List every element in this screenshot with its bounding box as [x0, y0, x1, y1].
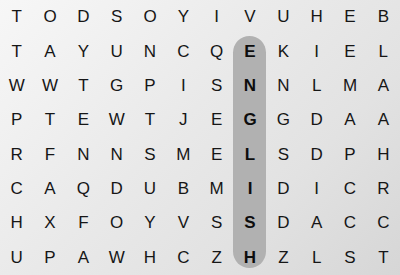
grid-cell[interactable]: H	[300, 0, 333, 34]
grid-cell[interactable]: W	[33, 69, 66, 103]
grid-cell[interactable]: Y	[167, 0, 200, 34]
grid-cell[interactable]: U	[100, 34, 133, 68]
grid-cell[interactable]: A	[367, 103, 400, 137]
grid-cell[interactable]: N	[67, 138, 100, 172]
grid-cell[interactable]: E	[200, 103, 233, 137]
grid-cell[interactable]: T	[0, 0, 33, 34]
grid-cell[interactable]: S	[333, 241, 366, 275]
grid-cell[interactable]: I	[300, 172, 333, 206]
grid-cell[interactable]: N	[233, 69, 266, 103]
grid-cell[interactable]: O	[100, 206, 133, 240]
grid-cell[interactable]: U	[133, 172, 166, 206]
grid-cell[interactable]: L	[233, 138, 266, 172]
grid-cell[interactable]: F	[33, 138, 66, 172]
grid-cell[interactable]: J	[167, 103, 200, 137]
grid-cell[interactable]: E	[333, 0, 366, 34]
grid-cell[interactable]: C	[167, 34, 200, 68]
grid-cell[interactable]: Y	[133, 206, 166, 240]
grid-cell[interactable]: A	[67, 241, 100, 275]
grid-cell[interactable]: L	[367, 34, 400, 68]
grid-cell[interactable]: S	[233, 206, 266, 240]
grid-cell[interactable]: H	[233, 241, 266, 275]
grid-cell[interactable]: T	[0, 34, 33, 68]
grid-cell[interactable]: W	[100, 103, 133, 137]
grid-cell[interactable]: G	[233, 103, 266, 137]
grid-cell[interactable]: N	[100, 138, 133, 172]
grid-cell[interactable]: B	[367, 0, 400, 34]
grid-cell[interactable]: T	[133, 103, 166, 137]
grid-cell[interactable]: D	[100, 172, 133, 206]
grid-cell[interactable]: N	[133, 34, 166, 68]
grid-cell[interactable]: H	[133, 241, 166, 275]
grid-cell[interactable]: H	[367, 138, 400, 172]
grid-cell[interactable]: P	[33, 241, 66, 275]
grid-cell[interactable]: P	[0, 103, 33, 137]
grid-cell[interactable]: P	[333, 138, 366, 172]
grid-cell[interactable]: D	[267, 206, 300, 240]
grid-cell[interactable]: Q	[200, 34, 233, 68]
grid-cell[interactable]: S	[133, 138, 166, 172]
grid-cell[interactable]: C	[333, 172, 366, 206]
grid-cell[interactable]: A	[300, 206, 333, 240]
grid-cell[interactable]: R	[0, 138, 33, 172]
grid-cell[interactable]: F	[67, 206, 100, 240]
grid-cell[interactable]: T	[67, 69, 100, 103]
grid-cell[interactable]: C	[333, 206, 366, 240]
grid-cell[interactable]: E	[233, 34, 266, 68]
grid-cell[interactable]: S	[100, 0, 133, 34]
grid-cell[interactable]: L	[300, 241, 333, 275]
grid-cell[interactable]: G	[100, 69, 133, 103]
grid-cell[interactable]: R	[367, 172, 400, 206]
grid-cell[interactable]: S	[200, 206, 233, 240]
grid-cell[interactable]: C	[167, 241, 200, 275]
grid-cell[interactable]: C	[0, 172, 33, 206]
grid-cell[interactable]: X	[33, 206, 66, 240]
grid-cell[interactable]: A	[367, 69, 400, 103]
grid-cell[interactable]: I	[233, 172, 266, 206]
grid-cell[interactable]: N	[267, 69, 300, 103]
grid-cell[interactable]: V	[167, 206, 200, 240]
grid-cell[interactable]: D	[300, 103, 333, 137]
grid-cell[interactable]: D	[300, 138, 333, 172]
grid-cell[interactable]: O	[33, 0, 66, 34]
grid-cell[interactable]: T	[33, 103, 66, 137]
grid-cell[interactable]: E	[333, 34, 366, 68]
grid-cell[interactable]: L	[300, 69, 333, 103]
grid-cell[interactable]: M	[167, 138, 200, 172]
grid-cell[interactable]: S	[267, 138, 300, 172]
grid-cell[interactable]: W	[0, 69, 33, 103]
grid-cell[interactable]: M	[200, 172, 233, 206]
grid-cell[interactable]: E	[67, 103, 100, 137]
grid-cell[interactable]: D	[267, 172, 300, 206]
grid-cell[interactable]: D	[67, 0, 100, 34]
grid-cell[interactable]: U	[267, 0, 300, 34]
grid-cell[interactable]: I	[167, 69, 200, 103]
grid-cell[interactable]: A	[33, 172, 66, 206]
grid-cell[interactable]: Y	[67, 34, 100, 68]
letter-grid: TODSOYIVUHEBTAYUNCQEKIELWWTGPISNNLMAPTEW…	[0, 0, 400, 275]
grid-cell[interactable]: I	[300, 34, 333, 68]
grid-cell[interactable]: C	[367, 206, 400, 240]
grid-cell[interactable]: H	[0, 206, 33, 240]
grid-cell[interactable]: E	[200, 138, 233, 172]
grid-cell[interactable]: Q	[67, 172, 100, 206]
grid-cell[interactable]: Z	[200, 241, 233, 275]
grid-cell[interactable]: U	[0, 241, 33, 275]
grid-cell[interactable]: T	[367, 241, 400, 275]
word-search-board: TODSOYIVUHEBTAYUNCQEKIELWWTGPISNNLMAPTEW…	[0, 0, 400, 275]
grid-cell[interactable]: B	[167, 172, 200, 206]
grid-cell[interactable]: A	[33, 34, 66, 68]
grid-cell[interactable]: W	[100, 241, 133, 275]
grid-cell[interactable]: Z	[267, 241, 300, 275]
grid-cell[interactable]: M	[333, 69, 366, 103]
grid-cell[interactable]: G	[267, 103, 300, 137]
grid-cell[interactable]: A	[333, 103, 366, 137]
grid-cell[interactable]: V	[233, 0, 266, 34]
grid-cell[interactable]: I	[200, 0, 233, 34]
grid-cell[interactable]: S	[200, 69, 233, 103]
grid-cell[interactable]: P	[133, 69, 166, 103]
grid-cell[interactable]: K	[267, 34, 300, 68]
grid-cell[interactable]: O	[133, 0, 166, 34]
